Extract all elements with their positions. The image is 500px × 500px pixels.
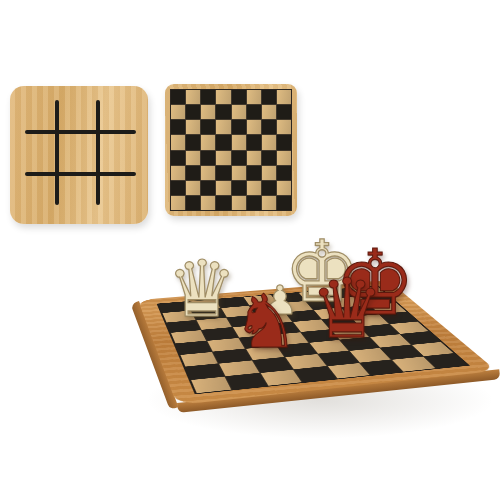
board-square (216, 120, 230, 134)
board-square (247, 166, 261, 180)
board-square (277, 90, 291, 104)
board-square (262, 151, 276, 165)
board-square (186, 166, 200, 180)
board-square (171, 181, 185, 195)
board-square (262, 135, 276, 149)
board-square (201, 120, 215, 134)
board-square (277, 181, 291, 195)
board-square (216, 105, 230, 119)
board-square (201, 166, 215, 180)
board-square (186, 181, 200, 195)
board-square (262, 181, 276, 195)
board-square (232, 181, 246, 195)
board-square (277, 151, 291, 165)
board-square (216, 181, 230, 195)
board-square (262, 166, 276, 180)
board-square (226, 373, 267, 389)
board-square (247, 120, 261, 134)
board-square (232, 120, 246, 134)
board-square (247, 151, 261, 165)
board-square (247, 181, 261, 195)
red-queen-piece: ♛ (310, 268, 384, 350)
board-square (262, 196, 276, 210)
flat-checkerboard-grid (170, 89, 292, 211)
board-square (186, 151, 200, 165)
board-square (201, 90, 215, 104)
board-square (262, 120, 276, 134)
board-square (232, 90, 246, 104)
board-square (201, 135, 215, 149)
board-square (216, 196, 230, 210)
board-square (201, 196, 215, 210)
board-square (277, 105, 291, 119)
board-square (232, 196, 246, 210)
board-square (277, 120, 291, 134)
tictactoe-grid-line-vertical-1 (55, 100, 59, 205)
flat-checkerboard (165, 84, 297, 216)
board-square (171, 105, 185, 119)
white-queen-piece: ♛ (167, 250, 237, 328)
board-square (201, 105, 215, 119)
board-square (171, 166, 185, 180)
board-square (186, 135, 200, 149)
board-square (186, 90, 200, 104)
board-square (216, 135, 230, 149)
board-square (171, 90, 185, 104)
tictactoe-grid-line-horizontal-1 (25, 130, 135, 134)
board-square (216, 166, 230, 180)
board-square (247, 105, 261, 119)
board-square (232, 151, 246, 165)
board-square (171, 151, 185, 165)
tictactoe-grid-line-horizontal-2 (25, 172, 135, 176)
board-square (277, 196, 291, 210)
board-square (191, 376, 232, 393)
board-square (216, 151, 230, 165)
product-photo-scene: ♛♚♟♞♛♚ (0, 0, 500, 500)
board-square (247, 90, 261, 104)
board-square (186, 105, 200, 119)
board-square (232, 166, 246, 180)
board-square (232, 105, 246, 119)
board-square (171, 196, 185, 210)
board-square (262, 90, 276, 104)
board-square (277, 166, 291, 180)
board-square (171, 135, 185, 149)
board-square (186, 196, 200, 210)
board-square (247, 196, 261, 210)
tictactoe-grid-line-vertical-2 (96, 100, 100, 205)
board-square (216, 90, 230, 104)
board-square (201, 181, 215, 195)
board-square (171, 120, 185, 134)
tictactoe-board (10, 86, 148, 224)
board-square (247, 135, 261, 149)
board-square (277, 135, 291, 149)
board-square (186, 120, 200, 134)
board-square (262, 105, 276, 119)
board-square (201, 151, 215, 165)
board-square (232, 135, 246, 149)
red-knight-piece: ♞ (233, 284, 299, 358)
